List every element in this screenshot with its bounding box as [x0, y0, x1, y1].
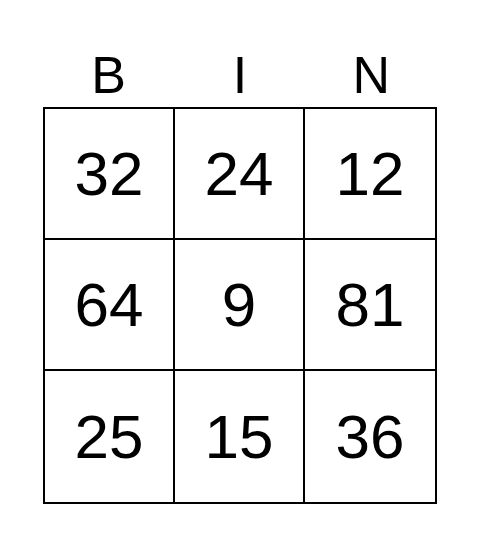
- bingo-cell-r2c1[interactable]: 64: [45, 240, 175, 371]
- bingo-cell-r3c2[interactable]: 15: [175, 371, 305, 502]
- column-header-n: N: [306, 0, 437, 107]
- bingo-cell-r1c2[interactable]: 24: [175, 109, 305, 240]
- column-headers: B I N: [43, 0, 437, 107]
- bingo-grid: 32 24 12 64 9 81 25 15 36: [43, 107, 437, 504]
- bingo-cell-r3c3[interactable]: 36: [305, 371, 435, 502]
- bingo-cell-r3c1[interactable]: 25: [45, 371, 175, 502]
- bingo-cell-r2c2[interactable]: 9: [175, 240, 305, 371]
- bingo-cell-r2c3[interactable]: 81: [305, 240, 435, 371]
- column-header-b: B: [43, 0, 174, 107]
- bingo-card: B I N 32 24 12 64 9 81 25 15 36: [43, 0, 437, 504]
- column-header-i: I: [174, 0, 305, 107]
- bingo-cell-r1c3[interactable]: 12: [305, 109, 435, 240]
- bingo-cell-r1c1[interactable]: 32: [45, 109, 175, 240]
